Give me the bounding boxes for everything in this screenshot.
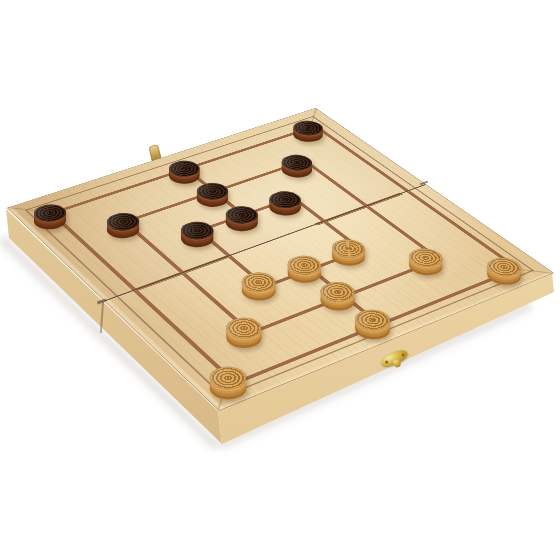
pieces-layer [0, 0, 560, 560]
morris-board-photo [0, 0, 560, 560]
